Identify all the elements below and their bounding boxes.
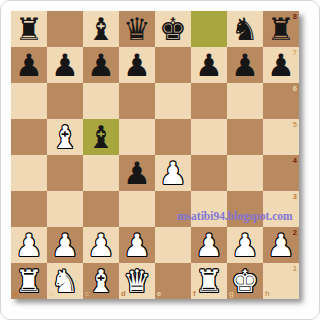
square-h6[interactable]: 6 (263, 83, 299, 119)
file-label-b: b (49, 290, 54, 298)
white-bishop: ♝ (47, 119, 83, 155)
square-h3[interactable]: 3 (263, 191, 299, 227)
square-e6[interactable] (155, 83, 191, 119)
square-d8[interactable]: ♛ (119, 11, 155, 47)
black-queen: ♛ (119, 11, 155, 47)
square-f6[interactable] (191, 83, 227, 119)
white-pawn: ♟ (191, 227, 227, 263)
black-bishop: ♝ (83, 119, 119, 155)
square-f3[interactable] (191, 191, 227, 227)
square-a8[interactable]: ♜ (11, 11, 47, 47)
square-g4[interactable] (227, 155, 263, 191)
square-b6[interactable] (47, 83, 83, 119)
square-e5[interactable] (155, 119, 191, 155)
square-d2[interactable]: ♟ (119, 227, 155, 263)
square-c2[interactable]: ♟ (83, 227, 119, 263)
file-label-f: f (193, 290, 196, 298)
square-d7[interactable]: ♟ (119, 47, 155, 83)
square-g6[interactable] (227, 83, 263, 119)
black-pawn: ♟ (119, 155, 155, 191)
square-a3[interactable] (11, 191, 47, 227)
black-pawn: ♟ (191, 47, 227, 83)
square-d4[interactable]: ♟ (119, 155, 155, 191)
square-c1[interactable]: ♝c (83, 263, 119, 299)
square-e8[interactable]: ♚ (155, 11, 191, 47)
square-a7[interactable]: ♟ (11, 47, 47, 83)
square-h2[interactable]: ♟2 (263, 227, 299, 263)
white-pawn: ♟ (83, 227, 119, 263)
rank-label-1: 1 (293, 265, 297, 273)
rank-label-2: 2 (293, 229, 297, 237)
white-pawn: ♟ (155, 155, 191, 191)
file-label-g: g (229, 290, 234, 298)
black-knight: ♞ (227, 11, 263, 47)
square-g5[interactable] (227, 119, 263, 155)
square-d3[interactable] (119, 191, 155, 227)
square-c7[interactable]: ♟ (83, 47, 119, 83)
square-c6[interactable] (83, 83, 119, 119)
white-pawn: ♟ (227, 227, 263, 263)
square-h4[interactable]: 4 (263, 155, 299, 191)
square-a5[interactable] (11, 119, 47, 155)
square-g8[interactable]: ♞ (227, 11, 263, 47)
file-label-c: c (85, 290, 89, 298)
chess-board: ♜♝♛♚♞♜8♟♟♟♟♟♟♟76♝♝5♟♟43♟♟♟♟♟♟♟2♜a♞b♝c♛de… (11, 11, 299, 299)
square-c8[interactable]: ♝ (83, 11, 119, 47)
square-g2[interactable]: ♟ (227, 227, 263, 263)
square-f5[interactable] (191, 119, 227, 155)
square-b8[interactable] (47, 11, 83, 47)
rank-label-5: 5 (293, 121, 297, 129)
rank-label-4: 4 (293, 157, 297, 165)
black-rook: ♜ (11, 11, 47, 47)
square-e1[interactable]: e (155, 263, 191, 299)
square-d1[interactable]: ♛d (119, 263, 155, 299)
square-a4[interactable] (11, 155, 47, 191)
white-rook: ♜ (191, 263, 227, 299)
square-d6[interactable] (119, 83, 155, 119)
square-c4[interactable] (83, 155, 119, 191)
square-c5[interactable]: ♝ (83, 119, 119, 155)
square-f7[interactable]: ♟ (191, 47, 227, 83)
square-d5[interactable] (119, 119, 155, 155)
square-f1[interactable]: ♜f (191, 263, 227, 299)
square-f2[interactable]: ♟ (191, 227, 227, 263)
square-a6[interactable] (11, 83, 47, 119)
file-label-d: d (121, 290, 126, 298)
square-a2[interactable]: ♟ (11, 227, 47, 263)
file-label-a: a (13, 290, 17, 298)
file-label-h: h (265, 290, 270, 298)
black-pawn: ♟ (119, 47, 155, 83)
white-pawn: ♟ (11, 227, 47, 263)
square-h8[interactable]: ♜8 (263, 11, 299, 47)
black-pawn: ♟ (11, 47, 47, 83)
square-e7[interactable] (155, 47, 191, 83)
square-b5[interactable]: ♝ (47, 119, 83, 155)
board-card: ♜♝♛♚♞♜8♟♟♟♟♟♟♟76♝♝5♟♟43♟♟♟♟♟♟♟2♜a♞b♝c♛de… (0, 0, 320, 320)
board-holder: ♜♝♛♚♞♜8♟♟♟♟♟♟♟76♝♝5♟♟43♟♟♟♟♟♟♟2♜a♞b♝c♛de… (11, 11, 299, 299)
square-e3[interactable] (155, 191, 191, 227)
square-b4[interactable] (47, 155, 83, 191)
rank-label-8: 8 (293, 13, 297, 21)
black-king: ♚ (155, 11, 191, 47)
square-e4[interactable]: ♟ (155, 155, 191, 191)
rank-label-3: 3 (293, 193, 297, 201)
white-pawn: ♟ (47, 227, 83, 263)
square-g7[interactable]: ♟ (227, 47, 263, 83)
rank-label-6: 6 (293, 85, 297, 93)
square-b2[interactable]: ♟ (47, 227, 83, 263)
square-b7[interactable]: ♟ (47, 47, 83, 83)
black-pawn: ♟ (83, 47, 119, 83)
square-h5[interactable]: 5 (263, 119, 299, 155)
black-pawn: ♟ (47, 47, 83, 83)
rank-label-7: 7 (293, 49, 297, 57)
square-g1[interactable]: ♚g (227, 263, 263, 299)
file-label-e: e (157, 290, 161, 298)
black-pawn: ♟ (227, 47, 263, 83)
square-b1[interactable]: ♞b (47, 263, 83, 299)
square-a1[interactable]: ♜a (11, 263, 47, 299)
square-g3[interactable] (227, 191, 263, 227)
square-e2[interactable] (155, 227, 191, 263)
white-pawn: ♟ (119, 227, 155, 263)
square-c3[interactable] (83, 191, 119, 227)
square-b3[interactable] (47, 191, 83, 227)
square-h1[interactable]: 1h (263, 263, 299, 299)
black-bishop: ♝ (83, 11, 119, 47)
square-f8[interactable] (191, 11, 227, 47)
square-h7[interactable]: ♟7 (263, 47, 299, 83)
square-f4[interactable] (191, 155, 227, 191)
